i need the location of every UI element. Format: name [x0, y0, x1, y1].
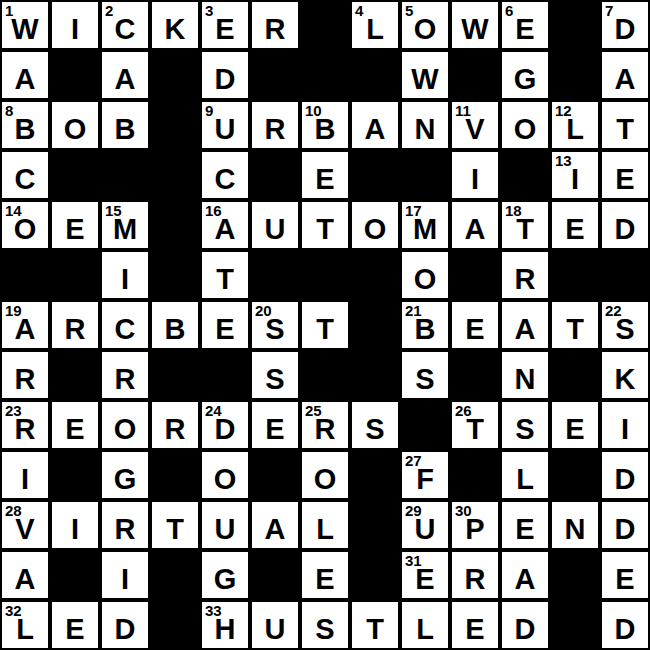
- cell-r5c8[interactable]: O: [400, 250, 450, 300]
- black-cell-r1c1: [50, 50, 100, 100]
- black-cell-r7c7: [350, 350, 400, 400]
- cell-letter: D: [502, 614, 548, 644]
- black-cell-r7c6: [300, 350, 350, 400]
- black-cell-r0c11: [550, 0, 600, 50]
- cell-letter: T: [552, 314, 598, 344]
- cell-r9c10[interactable]: L: [500, 450, 550, 500]
- black-cell-r1c3: [150, 50, 200, 100]
- cell-letter: I: [552, 164, 598, 194]
- cell-letter: T: [352, 614, 398, 644]
- cell-letter: R: [452, 564, 498, 594]
- cell-r12c7[interactable]: T: [350, 600, 400, 650]
- cell-letter: D: [202, 64, 248, 94]
- cell-letter: L: [2, 614, 48, 644]
- cell-r0c9[interactable]: W: [450, 0, 500, 50]
- cell-letter: L: [302, 514, 348, 544]
- black-cell-r5c9: [450, 250, 500, 300]
- cell-letter: D: [602, 464, 648, 494]
- crossword-grid: 1WI2CK3ER4L5OW6E7DAADWGA8BOB9UR10BAN11VO…: [0, 0, 650, 650]
- cell-letter: C: [202, 164, 248, 194]
- cell-r6c11[interactable]: T: [550, 300, 600, 350]
- black-cell-r3c8: [400, 150, 450, 200]
- cell-r12c6[interactable]: S: [300, 600, 350, 650]
- cell-letter: R: [252, 14, 298, 44]
- cell-letter: C: [102, 314, 148, 344]
- cell-letter: O: [352, 214, 398, 244]
- cell-letter: S: [402, 364, 448, 394]
- cell-letter: B: [102, 114, 148, 144]
- cell-letter: C: [2, 164, 48, 194]
- cell-r10c8[interactable]: 29U: [400, 500, 450, 550]
- cell-r1c0[interactable]: A: [0, 50, 50, 100]
- cell-letter: R: [502, 264, 548, 294]
- black-cell-r11c7: [350, 550, 400, 600]
- cell-r7c2[interactable]: R: [100, 350, 150, 400]
- cell-r9c6[interactable]: O: [300, 450, 350, 500]
- cell-letter: G: [102, 464, 148, 494]
- cell-r2c1[interactable]: O: [50, 100, 100, 150]
- cell-r10c3[interactable]: T: [150, 500, 200, 550]
- cell-letter: E: [602, 564, 648, 594]
- cell-r8c11[interactable]: E: [550, 400, 600, 450]
- cell-letter: E: [452, 614, 498, 644]
- cell-r9c12[interactable]: D: [600, 450, 650, 500]
- black-cell-r9c11: [550, 450, 600, 500]
- cell-r2c6[interactable]: 10B: [300, 100, 350, 150]
- cell-r4c10[interactable]: 18T: [500, 200, 550, 250]
- black-cell-r7c11: [550, 350, 600, 400]
- cell-r5c4[interactable]: T: [200, 250, 250, 300]
- black-cell-r10c7: [350, 500, 400, 550]
- cell-letter: D: [102, 614, 148, 644]
- cell-r6c3[interactable]: B: [150, 300, 200, 350]
- cell-letter: V: [452, 114, 498, 144]
- cell-letter: W: [452, 14, 498, 44]
- cell-r10c9[interactable]: 30P: [450, 500, 500, 550]
- cell-letter: E: [52, 414, 98, 444]
- black-cell-r5c5: [250, 250, 300, 300]
- cell-letter: V: [2, 514, 48, 544]
- cell-r7c8[interactable]: S: [400, 350, 450, 400]
- cell-letter: A: [352, 114, 398, 144]
- cell-letter: L: [352, 14, 398, 44]
- cell-letter: S: [352, 414, 398, 444]
- black-cell-r7c3: [150, 350, 200, 400]
- black-cell-r1c7: [350, 50, 400, 100]
- cell-r12c1[interactable]: E: [50, 600, 100, 650]
- black-cell-r7c4: [200, 350, 250, 400]
- cell-r3c0[interactable]: C: [0, 150, 50, 200]
- cell-letter: U: [402, 514, 448, 544]
- cell-r4c1[interactable]: E: [50, 200, 100, 250]
- cell-r9c8[interactable]: 27F: [400, 450, 450, 500]
- cell-letter: O: [102, 414, 148, 444]
- cell-r6c4[interactable]: E: [200, 300, 250, 350]
- cell-r2c12[interactable]: T: [600, 100, 650, 150]
- black-cell-r3c7: [350, 150, 400, 200]
- cell-letter: D: [602, 514, 648, 544]
- cell-r4c6[interactable]: T: [300, 200, 350, 250]
- black-cell-r9c9: [450, 450, 500, 500]
- cell-letter: R: [302, 414, 348, 444]
- cell-letter: L: [402, 614, 448, 644]
- cell-r8c5[interactable]: E: [250, 400, 300, 450]
- black-cell-r1c11: [550, 50, 600, 100]
- cell-r2c0[interactable]: 8B: [0, 100, 50, 150]
- cell-letter: K: [152, 14, 198, 44]
- cell-letter: S: [252, 364, 298, 394]
- cell-letter: I: [102, 264, 148, 294]
- cell-letter: O: [402, 264, 448, 294]
- cell-r2c4[interactable]: 9U: [200, 100, 250, 150]
- cell-r8c9[interactable]: 26T: [450, 400, 500, 450]
- cell-r2c10[interactable]: O: [500, 100, 550, 150]
- cell-r0c10[interactable]: 6E: [500, 0, 550, 50]
- cell-letter: O: [302, 464, 348, 494]
- black-cell-r9c7: [350, 450, 400, 500]
- cell-r4c11[interactable]: E: [550, 200, 600, 250]
- cell-r10c6[interactable]: L: [300, 500, 350, 550]
- cell-r6c12[interactable]: 22S: [600, 300, 650, 350]
- cell-r2c2[interactable]: B: [100, 100, 150, 150]
- cell-letter: E: [552, 214, 598, 244]
- cell-r8c10[interactable]: S: [500, 400, 550, 450]
- cell-r11c9[interactable]: R: [450, 550, 500, 600]
- cell-letter: N: [502, 364, 548, 394]
- cell-letter: S: [502, 414, 548, 444]
- cell-r11c12[interactable]: E: [600, 550, 650, 600]
- cell-letter: R: [102, 364, 148, 394]
- cell-r12c0[interactable]: 32L: [0, 600, 50, 650]
- cell-r0c1[interactable]: I: [50, 0, 100, 50]
- cell-letter: R: [2, 414, 48, 444]
- cell-letter: I: [602, 414, 648, 444]
- black-cell-r9c5: [250, 450, 300, 500]
- cell-r11c8[interactable]: 31E: [400, 550, 450, 600]
- cell-letter: D: [602, 214, 648, 244]
- cell-r4c7[interactable]: O: [350, 200, 400, 250]
- cell-r2c5[interactable]: R: [250, 100, 300, 150]
- cell-r10c5[interactable]: A: [250, 500, 300, 550]
- cell-r4c12[interactable]: D: [600, 200, 650, 250]
- cell-r10c2[interactable]: R: [100, 500, 150, 550]
- cell-r12c4[interactable]: 33H: [200, 600, 250, 650]
- cell-r10c10[interactable]: E: [500, 500, 550, 550]
- cell-r6c2[interactable]: C: [100, 300, 150, 350]
- cell-letter: S: [252, 314, 298, 344]
- cell-r12c9[interactable]: E: [450, 600, 500, 650]
- cell-letter: O: [502, 114, 548, 144]
- cell-letter: E: [402, 564, 448, 594]
- cell-r9c0[interactable]: I: [0, 450, 50, 500]
- cell-r4c9[interactable]: A: [450, 200, 500, 250]
- cell-r7c10[interactable]: N: [500, 350, 550, 400]
- cell-letter: W: [402, 64, 448, 94]
- black-cell-r3c5: [250, 150, 300, 200]
- cell-r8c7[interactable]: S: [350, 400, 400, 450]
- cell-letter: K: [602, 364, 648, 394]
- cell-letter: I: [452, 164, 498, 194]
- cell-letter: L: [552, 114, 598, 144]
- cell-letter: B: [2, 114, 48, 144]
- cell-letter: R: [252, 114, 298, 144]
- cell-letter: B: [302, 114, 348, 144]
- cell-r7c12[interactable]: K: [600, 350, 650, 400]
- cell-r8c4[interactable]: 24D: [200, 400, 250, 450]
- cell-letter: U: [202, 514, 248, 544]
- cell-r11c2[interactable]: I: [100, 550, 150, 600]
- cell-r6c6[interactable]: T: [300, 300, 350, 350]
- cell-r8c2[interactable]: O: [100, 400, 150, 450]
- cell-r6c0[interactable]: 19A: [0, 300, 50, 350]
- cell-r3c6[interactable]: E: [300, 150, 350, 200]
- cell-r7c0[interactable]: R: [0, 350, 50, 400]
- cell-letter: E: [252, 414, 298, 444]
- black-cell-r8c8: [400, 400, 450, 450]
- black-cell-r1c9: [450, 50, 500, 100]
- cell-letter: A: [502, 564, 548, 594]
- cell-letter: A: [202, 214, 248, 244]
- cell-r3c9[interactable]: I: [450, 150, 500, 200]
- cell-r1c10[interactable]: G: [500, 50, 550, 100]
- cell-letter: I: [2, 464, 48, 494]
- cell-r12c5[interactable]: U: [250, 600, 300, 650]
- cell-r10c0[interactable]: 28V: [0, 500, 50, 550]
- cell-r1c12[interactable]: A: [600, 50, 650, 100]
- cell-letter: I: [52, 514, 98, 544]
- cell-letter: T: [152, 514, 198, 544]
- cell-r11c10[interactable]: A: [500, 550, 550, 600]
- cell-letter: U: [252, 214, 298, 244]
- cell-r6c1[interactable]: R: [50, 300, 100, 350]
- black-cell-r6c7: [350, 300, 400, 350]
- cell-r2c9[interactable]: 11V: [450, 100, 500, 150]
- black-cell-r3c3: [150, 150, 200, 200]
- cell-r5c10[interactable]: R: [500, 250, 550, 300]
- cell-r0c3[interactable]: K: [150, 0, 200, 50]
- cell-letter: A: [452, 214, 498, 244]
- black-cell-r11c5: [250, 550, 300, 600]
- cell-letter: T: [502, 214, 548, 244]
- cell-letter: C: [102, 14, 148, 44]
- cell-r0c12[interactable]: 7D: [600, 0, 650, 50]
- cell-r1c2[interactable]: A: [100, 50, 150, 100]
- black-cell-r11c11: [550, 550, 600, 600]
- cell-r9c2[interactable]: G: [100, 450, 150, 500]
- cell-letter: T: [602, 114, 648, 144]
- cell-letter: N: [552, 514, 598, 544]
- cell-letter: E: [452, 314, 498, 344]
- cell-r10c12[interactable]: D: [600, 500, 650, 550]
- cell-letter: A: [102, 64, 148, 94]
- black-cell-r12c3: [150, 600, 200, 650]
- black-cell-r11c1: [50, 550, 100, 600]
- cell-r6c5[interactable]: 20S: [250, 300, 300, 350]
- cell-r4c5[interactable]: U: [250, 200, 300, 250]
- cell-letter: H: [202, 614, 248, 644]
- cell-letter: G: [502, 64, 548, 94]
- cell-letter: N: [402, 114, 448, 144]
- cell-letter: G: [202, 564, 248, 594]
- black-cell-r1c6: [300, 50, 350, 100]
- cell-r0c2[interactable]: 2C: [100, 0, 150, 50]
- cell-r12c8[interactable]: L: [400, 600, 450, 650]
- black-cell-r11c3: [150, 550, 200, 600]
- cell-r12c12[interactable]: D: [600, 600, 650, 650]
- cell-r10c11[interactable]: N: [550, 500, 600, 550]
- cell-letter: T: [302, 214, 348, 244]
- cell-r1c8[interactable]: W: [400, 50, 450, 100]
- cell-r11c0[interactable]: A: [0, 550, 50, 600]
- black-cell-r0c6: [300, 0, 350, 50]
- cell-letter: B: [152, 314, 198, 344]
- cell-r0c7[interactable]: 4L: [350, 0, 400, 50]
- cell-r3c12[interactable]: E: [600, 150, 650, 200]
- black-cell-r1c5: [250, 50, 300, 100]
- cell-r0c4[interactable]: 3E: [200, 0, 250, 50]
- cell-r1c4[interactable]: D: [200, 50, 250, 100]
- cell-r8c12[interactable]: I: [600, 400, 650, 450]
- cell-r2c8[interactable]: N: [400, 100, 450, 150]
- cell-letter: A: [2, 64, 48, 94]
- cell-letter: E: [502, 514, 548, 544]
- black-cell-r9c1: [50, 450, 100, 500]
- cell-r4c4[interactable]: 16A: [200, 200, 250, 250]
- cell-letter: A: [602, 64, 648, 94]
- black-cell-r7c9: [450, 350, 500, 400]
- cell-r10c4[interactable]: U: [200, 500, 250, 550]
- cell-letter: A: [502, 314, 548, 344]
- cell-letter: D: [202, 414, 248, 444]
- cell-letter: U: [202, 114, 248, 144]
- cell-letter: U: [252, 614, 298, 644]
- cell-letter: A: [252, 514, 298, 544]
- cell-letter: E: [602, 164, 648, 194]
- cell-letter: S: [302, 614, 348, 644]
- cell-letter: S: [602, 314, 648, 344]
- cell-letter: E: [202, 314, 248, 344]
- cell-r2c11[interactable]: 12L: [550, 100, 600, 150]
- cell-letter: E: [552, 414, 598, 444]
- cell-letter: M: [102, 214, 148, 244]
- cell-letter: F: [402, 464, 448, 494]
- cell-r12c2[interactable]: D: [100, 600, 150, 650]
- cell-r3c11[interactable]: 13I: [550, 150, 600, 200]
- cell-letter: O: [402, 14, 448, 44]
- black-cell-r5c7: [350, 250, 400, 300]
- cell-letter: E: [52, 614, 98, 644]
- cell-letter: D: [602, 14, 648, 44]
- black-cell-r9c3: [150, 450, 200, 500]
- black-cell-r3c1: [50, 150, 100, 200]
- cell-r7c5[interactable]: S: [250, 350, 300, 400]
- cell-r9c4[interactable]: O: [200, 450, 250, 500]
- cell-letter: R: [152, 414, 198, 444]
- black-cell-r12c11: [550, 600, 600, 650]
- cell-r8c0[interactable]: 23R: [0, 400, 50, 450]
- cell-r4c2[interactable]: 15M: [100, 200, 150, 250]
- cell-r0c5[interactable]: R: [250, 0, 300, 50]
- black-cell-r3c2: [100, 150, 150, 200]
- black-cell-r7c1: [50, 350, 100, 400]
- cell-r8c6[interactable]: 25R: [300, 400, 350, 450]
- cell-r0c0[interactable]: 1W: [0, 0, 50, 50]
- cell-letter: E: [52, 214, 98, 244]
- cell-letter: E: [302, 164, 348, 194]
- cell-letter: D: [602, 614, 648, 644]
- black-cell-r5c1: [50, 250, 100, 300]
- cell-r12c10[interactable]: D: [500, 600, 550, 650]
- cell-letter: E: [502, 14, 548, 44]
- cell-letter: L: [502, 464, 548, 494]
- cell-r6c9[interactable]: E: [450, 300, 500, 350]
- cell-r5c2[interactable]: I: [100, 250, 150, 300]
- cell-r8c1[interactable]: E: [50, 400, 100, 450]
- cell-letter: T: [302, 314, 348, 344]
- cell-letter: O: [2, 214, 48, 244]
- cell-letter: E: [302, 564, 348, 594]
- black-cell-r4c3: [150, 200, 200, 250]
- cell-letter: B: [402, 314, 448, 344]
- cell-letter: R: [52, 314, 98, 344]
- cell-r8c3[interactable]: R: [150, 400, 200, 450]
- cell-letter: W: [2, 14, 48, 44]
- black-cell-r5c12: [600, 250, 650, 300]
- cell-letter: R: [102, 514, 148, 544]
- cell-letter: O: [52, 114, 98, 144]
- cell-letter: T: [202, 264, 248, 294]
- black-cell-r5c3: [150, 250, 200, 300]
- cell-r11c6[interactable]: E: [300, 550, 350, 600]
- cell-letter: M: [402, 214, 448, 244]
- cell-letter: P: [452, 514, 498, 544]
- cell-r4c0[interactable]: 14O: [0, 200, 50, 250]
- cell-r6c10[interactable]: A: [500, 300, 550, 350]
- black-cell-r3c10: [500, 150, 550, 200]
- black-cell-r2c3: [150, 100, 200, 150]
- cell-letter: T: [452, 414, 498, 444]
- black-cell-r5c0: [0, 250, 50, 300]
- cell-r0c8[interactable]: 5O: [400, 0, 450, 50]
- cell-letter: I: [52, 14, 98, 44]
- cell-r11c4[interactable]: G: [200, 550, 250, 600]
- cell-letter: O: [202, 464, 248, 494]
- cell-letter: R: [2, 364, 48, 394]
- cell-r2c7[interactable]: A: [350, 100, 400, 150]
- cell-letter: A: [2, 564, 48, 594]
- cell-letter: I: [102, 564, 148, 594]
- black-cell-r5c11: [550, 250, 600, 300]
- cell-letter: A: [2, 314, 48, 344]
- cell-r6c8[interactable]: 21B: [400, 300, 450, 350]
- cell-r3c4[interactable]: C: [200, 150, 250, 200]
- cell-r4c8[interactable]: 17M: [400, 200, 450, 250]
- cell-letter: E: [202, 14, 248, 44]
- cell-r10c1[interactable]: I: [50, 500, 100, 550]
- black-cell-r5c6: [300, 250, 350, 300]
